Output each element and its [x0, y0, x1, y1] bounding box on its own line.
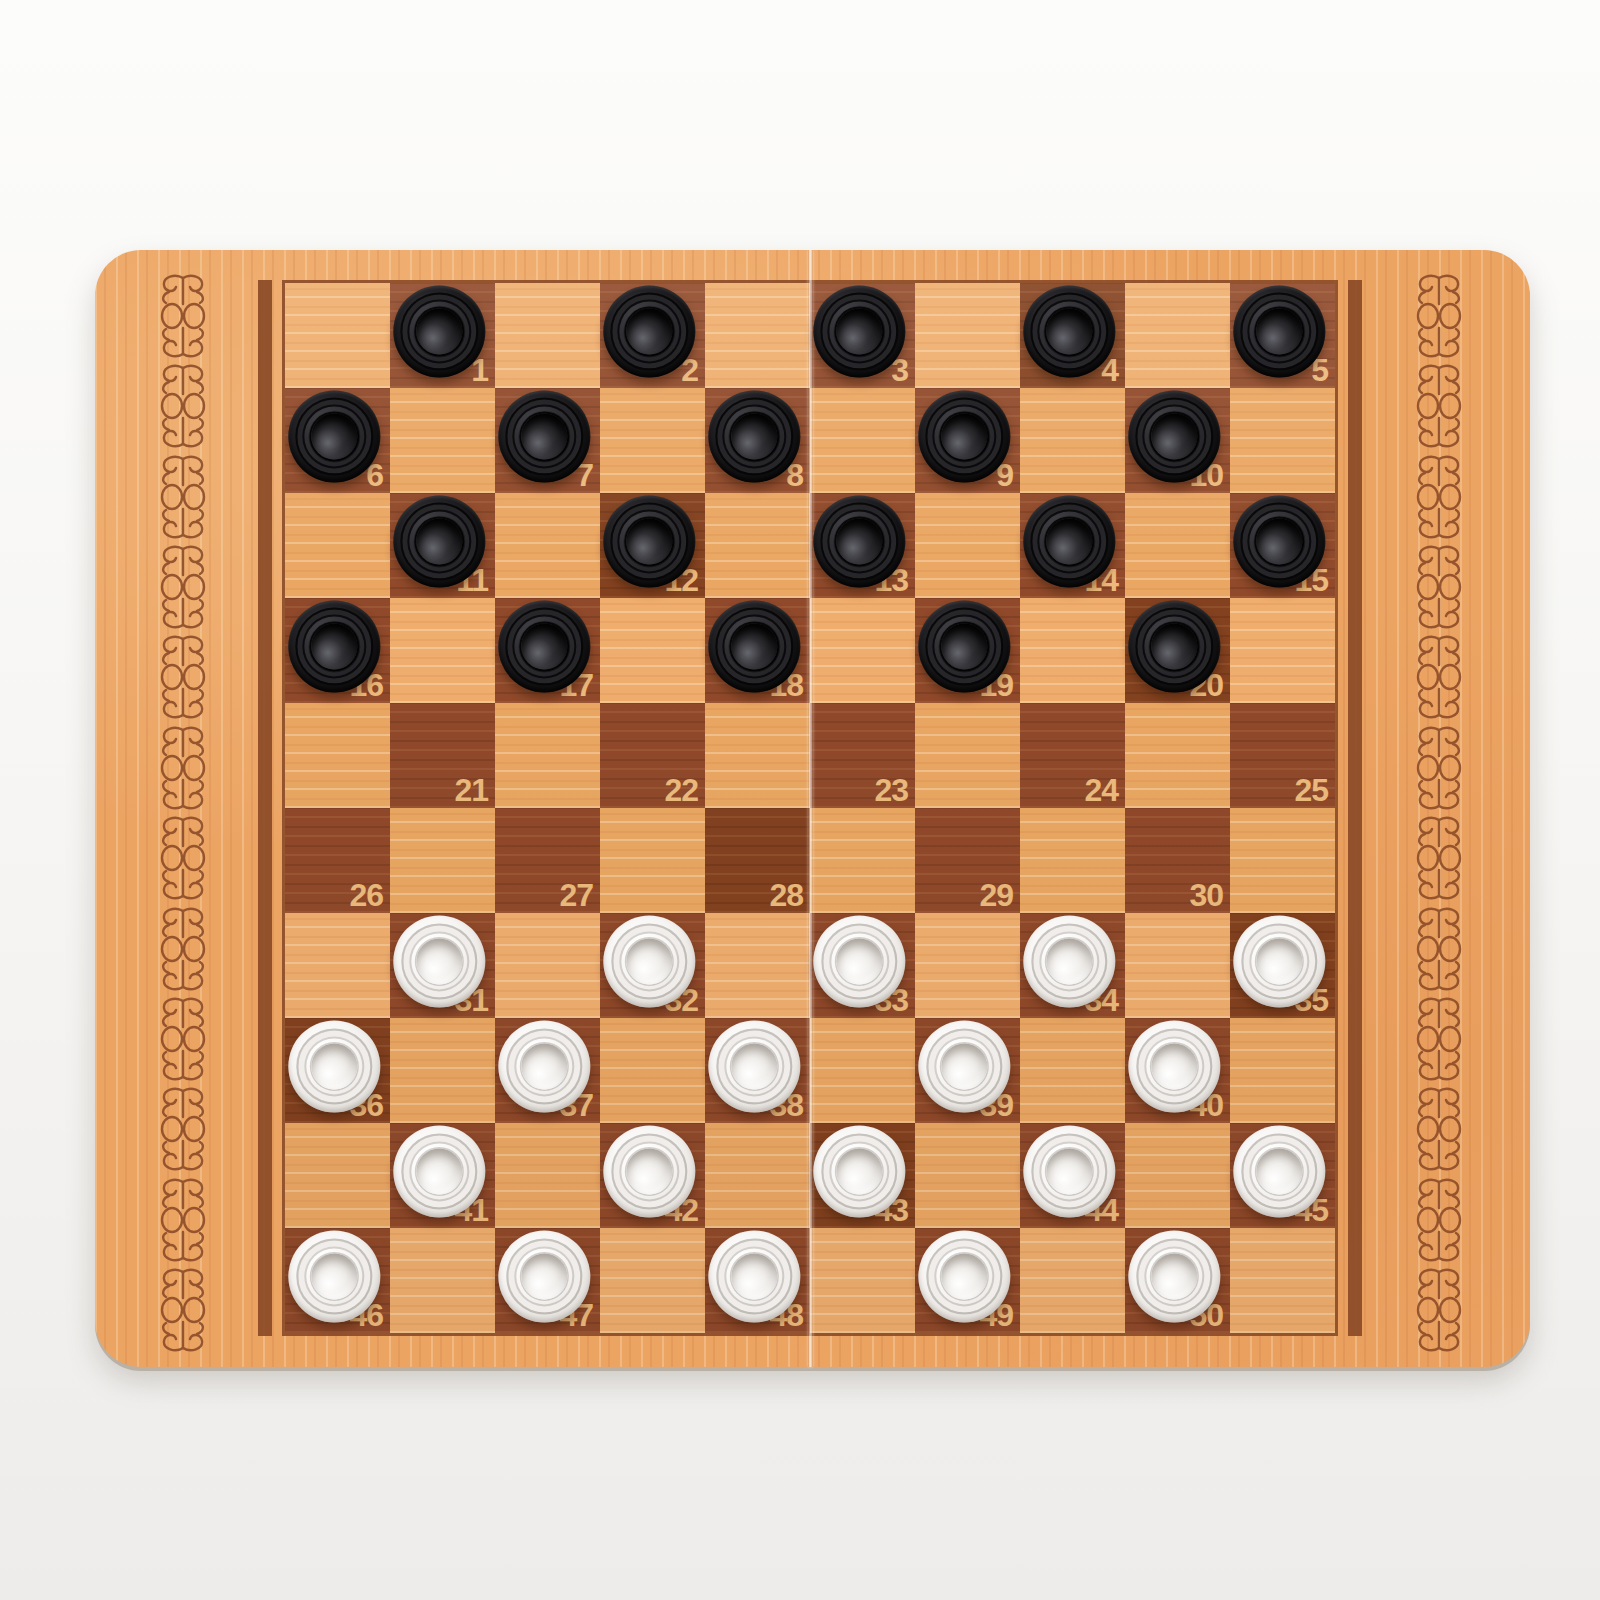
filigree-column-left: [155, 274, 211, 1352]
square-number: 24: [1084, 774, 1118, 806]
photo-backdrop: 1234567891011121314151617181920212223242…: [0, 0, 1600, 1600]
filigree-ornament: [1411, 274, 1467, 358]
square-16[interactable]: 16: [285, 598, 390, 703]
square-6[interactable]: 6: [285, 388, 390, 493]
black-piece[interactable]: [708, 600, 800, 692]
square-11[interactable]: 11: [390, 493, 495, 598]
light-square: [390, 808, 495, 913]
square-number: 26: [349, 879, 383, 911]
black-piece[interactable]: [1023, 285, 1115, 377]
black-piece[interactable]: [498, 390, 590, 482]
white-piece[interactable]: [393, 915, 485, 1007]
square-44[interactable]: 44: [1020, 1123, 1125, 1228]
filigree-ornament: [1411, 1178, 1467, 1262]
light-square: [915, 493, 1020, 598]
square-45[interactable]: 45: [1230, 1123, 1335, 1228]
light-square: [810, 598, 915, 703]
black-piece[interactable]: [1023, 495, 1115, 587]
square-number: 25: [1294, 774, 1328, 806]
filigree-ornament: [155, 455, 211, 539]
light-square: [495, 703, 600, 808]
light-square: [810, 808, 915, 913]
black-piece[interactable]: [288, 390, 380, 482]
square-27[interactable]: 27: [495, 808, 600, 913]
light-square: [1230, 1228, 1335, 1333]
filigree-ornament: [155, 1268, 211, 1352]
filigree-ornament: [1411, 907, 1467, 991]
filigree-ornament: [155, 997, 211, 1081]
square-4[interactable]: 4: [1020, 283, 1125, 388]
square-43[interactable]: 43: [810, 1123, 915, 1228]
square-number: 27: [559, 879, 593, 911]
black-piece[interactable]: [918, 390, 1010, 482]
filigree-ornament: [155, 816, 211, 900]
square-10[interactable]: 10: [1125, 388, 1230, 493]
black-piece[interactable]: [393, 285, 485, 377]
white-piece[interactable]: [288, 1230, 380, 1322]
square-28[interactable]: 28: [705, 808, 810, 913]
white-piece[interactable]: [1023, 915, 1115, 1007]
black-piece[interactable]: [288, 600, 380, 692]
square-30[interactable]: 30: [1125, 808, 1230, 913]
filigree-ornament: [155, 1178, 211, 1262]
light-square: [810, 1018, 915, 1123]
square-13[interactable]: 13: [810, 493, 915, 598]
square-36[interactable]: 36: [285, 1018, 390, 1123]
light-square: [285, 283, 390, 388]
white-piece[interactable]: [918, 1020, 1010, 1112]
filigree-ornament: [1411, 635, 1467, 719]
white-piece[interactable]: [393, 1125, 485, 1217]
white-piece[interactable]: [498, 1230, 590, 1322]
filigree-ornament: [1411, 997, 1467, 1081]
square-47[interactable]: 47: [495, 1228, 600, 1333]
draughts-board-card: 1234567891011121314151617181920212223242…: [95, 250, 1530, 1367]
black-piece[interactable]: [813, 495, 905, 587]
light-square: [495, 913, 600, 1018]
square-1[interactable]: 1: [390, 283, 495, 388]
white-piece[interactable]: [813, 1125, 905, 1217]
light-square: [1020, 1018, 1125, 1123]
square-24[interactable]: 24: [1020, 703, 1125, 808]
light-square: [285, 703, 390, 808]
filigree-ornament: [155, 545, 211, 629]
black-piece[interactable]: [813, 285, 905, 377]
light-square: [285, 913, 390, 1018]
square-48[interactable]: 48: [705, 1228, 810, 1333]
filigree-ornament: [1411, 1268, 1467, 1352]
square-5[interactable]: 5: [1230, 283, 1335, 388]
light-square: [390, 598, 495, 703]
light-square: [1020, 598, 1125, 703]
light-square: [1125, 703, 1230, 808]
square-number: 23: [874, 774, 908, 806]
light-square: [915, 913, 1020, 1018]
black-piece[interactable]: [1128, 600, 1220, 692]
white-piece[interactable]: [1233, 915, 1325, 1007]
square-2[interactable]: 2: [600, 283, 705, 388]
white-piece[interactable]: [918, 1230, 1010, 1322]
left-border-bar: [258, 280, 272, 1336]
light-square: [495, 283, 600, 388]
square-14[interactable]: 14: [1020, 493, 1125, 598]
filigree-ornament: [155, 274, 211, 358]
light-square: [285, 1123, 390, 1228]
light-square: [285, 493, 390, 598]
square-3[interactable]: 3: [810, 283, 915, 388]
square-number: 22: [664, 774, 698, 806]
square-9[interactable]: 9: [915, 388, 1020, 493]
square-12[interactable]: 12: [600, 493, 705, 598]
light-square: [1230, 388, 1335, 493]
white-piece[interactable]: [603, 1125, 695, 1217]
light-square: [600, 598, 705, 703]
light-square: [495, 493, 600, 598]
square-8[interactable]: 8: [705, 388, 810, 493]
black-piece[interactable]: [498, 600, 590, 692]
light-square: [915, 283, 1020, 388]
light-square: [1125, 1123, 1230, 1228]
white-piece[interactable]: [708, 1230, 800, 1322]
white-piece[interactable]: [1023, 1125, 1115, 1217]
square-19[interactable]: 19: [915, 598, 1020, 703]
square-number: 29: [979, 879, 1013, 911]
fold-crease: [808, 250, 813, 1367]
right-border-bar: [1348, 280, 1362, 1336]
square-38[interactable]: 38: [705, 1018, 810, 1123]
black-piece[interactable]: [1233, 495, 1325, 587]
black-piece[interactable]: [393, 495, 485, 587]
filigree-ornament: [1411, 1087, 1467, 1171]
white-piece[interactable]: [708, 1020, 800, 1112]
light-square: [600, 1018, 705, 1123]
light-square: [1125, 283, 1230, 388]
white-piece[interactable]: [1128, 1230, 1220, 1322]
light-square: [1125, 913, 1230, 1018]
black-piece[interactable]: [1233, 285, 1325, 377]
square-41[interactable]: 41: [390, 1123, 495, 1228]
square-37[interactable]: 37: [495, 1018, 600, 1123]
black-piece[interactable]: [603, 495, 695, 587]
square-31[interactable]: 31: [390, 913, 495, 1018]
light-square: [705, 493, 810, 598]
square-20[interactable]: 20: [1125, 598, 1230, 703]
black-piece[interactable]: [708, 390, 800, 482]
filigree-ornament: [1411, 816, 1467, 900]
square-22[interactable]: 22: [600, 703, 705, 808]
square-49[interactable]: 49: [915, 1228, 1020, 1333]
filigree-ornament: [155, 1087, 211, 1171]
square-32[interactable]: 32: [600, 913, 705, 1018]
square-39[interactable]: 39: [915, 1018, 1020, 1123]
light-square: [915, 703, 1020, 808]
square-7[interactable]: 7: [495, 388, 600, 493]
light-square: [705, 283, 810, 388]
light-square: [810, 388, 915, 493]
light-square: [915, 1123, 1020, 1228]
filigree-ornament: [155, 726, 211, 810]
white-piece[interactable]: [288, 1020, 380, 1112]
light-square: [600, 1228, 705, 1333]
filigree-ornament: [155, 364, 211, 448]
light-square: [1230, 808, 1335, 913]
light-square: [1020, 808, 1125, 913]
filigree-column-right: [1411, 274, 1467, 1352]
square-29[interactable]: 29: [915, 808, 1020, 913]
square-40[interactable]: 40: [1125, 1018, 1230, 1123]
white-piece[interactable]: [1128, 1020, 1220, 1112]
light-square: [705, 913, 810, 1018]
square-17[interactable]: 17: [495, 598, 600, 703]
square-42[interactable]: 42: [600, 1123, 705, 1228]
square-50[interactable]: 50: [1125, 1228, 1230, 1333]
filigree-ornament: [155, 635, 211, 719]
filigree-ornament: [1411, 455, 1467, 539]
light-square: [1125, 493, 1230, 598]
white-piece[interactable]: [498, 1020, 590, 1112]
black-piece[interactable]: [603, 285, 695, 377]
square-35[interactable]: 35: [1230, 913, 1335, 1018]
square-34[interactable]: 34: [1020, 913, 1125, 1018]
square-number: 28: [769, 879, 803, 911]
square-25[interactable]: 25: [1230, 703, 1335, 808]
light-square: [810, 1228, 915, 1333]
filigree-ornament: [1411, 545, 1467, 629]
square-46[interactable]: 46: [285, 1228, 390, 1333]
square-number: 30: [1189, 879, 1223, 911]
square-number: 21: [454, 774, 488, 806]
filigree-ornament: [1411, 364, 1467, 448]
light-square: [390, 388, 495, 493]
light-square: [705, 703, 810, 808]
square-21[interactable]: 21: [390, 703, 495, 808]
light-square: [1230, 598, 1335, 703]
light-square: [1230, 1018, 1335, 1123]
light-square: [600, 808, 705, 913]
white-piece[interactable]: [1233, 1125, 1325, 1217]
square-33[interactable]: 33: [810, 913, 915, 1018]
black-piece[interactable]: [1128, 390, 1220, 482]
square-15[interactable]: 15: [1230, 493, 1335, 598]
square-23[interactable]: 23: [810, 703, 915, 808]
filigree-ornament: [1411, 726, 1467, 810]
light-square: [390, 1228, 495, 1333]
light-square: [390, 1018, 495, 1123]
light-square: [1020, 388, 1125, 493]
light-square: [1020, 1228, 1125, 1333]
square-18[interactable]: 18: [705, 598, 810, 703]
black-piece[interactable]: [918, 600, 1010, 692]
square-26[interactable]: 26: [285, 808, 390, 913]
light-square: [600, 388, 705, 493]
light-square: [495, 1123, 600, 1228]
white-piece[interactable]: [603, 915, 695, 1007]
white-piece[interactable]: [813, 915, 905, 1007]
light-square: [705, 1123, 810, 1228]
filigree-ornament: [155, 907, 211, 991]
